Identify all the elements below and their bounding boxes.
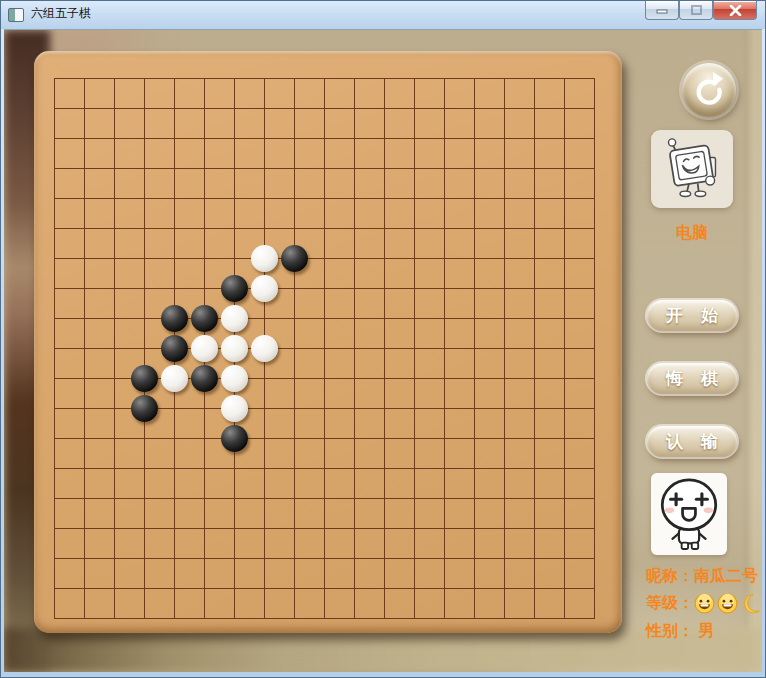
gender-label: 性别： xyxy=(646,621,694,642)
white-stone xyxy=(221,305,248,332)
opponent-avatar-panel xyxy=(651,130,733,208)
undo-button[interactable]: 悔棋 xyxy=(647,363,737,394)
nickname-value: 南瓜二号 xyxy=(694,566,758,587)
close-icon xyxy=(729,5,742,16)
client-background: 电脑 开始 悔棋 认输 xyxy=(4,29,762,672)
app-icon xyxy=(8,8,24,22)
white-stone xyxy=(251,275,278,302)
start-button[interactable]: 开始 xyxy=(647,300,737,331)
window-title: 六组五子棋 xyxy=(31,5,91,26)
black-stone xyxy=(191,305,218,332)
nickname-label: 昵称： xyxy=(646,566,694,587)
white-stone xyxy=(221,365,248,392)
black-stone xyxy=(221,275,248,302)
resign-button[interactable]: 认输 xyxy=(647,426,737,457)
black-stone xyxy=(131,395,158,422)
grin-emoji xyxy=(717,593,738,614)
app-window: 六组五子棋 xyxy=(0,0,766,678)
black-stone xyxy=(161,335,188,362)
white-stone xyxy=(221,395,248,422)
close-button[interactable] xyxy=(713,1,757,20)
undo-button-label: 悔棋 xyxy=(666,367,736,390)
cartoon-character-icon xyxy=(654,475,724,553)
player-avatar-panel xyxy=(651,473,727,555)
nickname-row: 昵称： 南瓜二号 xyxy=(646,564,758,588)
white-stone xyxy=(251,245,278,272)
minimize-button[interactable] xyxy=(645,1,679,20)
black-stone xyxy=(131,365,158,392)
gomoku-board xyxy=(34,51,622,633)
restart-arrow-icon xyxy=(690,71,728,109)
white-stone xyxy=(251,335,278,362)
cartoon-computer-icon xyxy=(657,134,727,204)
black-stone xyxy=(191,365,218,392)
crescent-moon xyxy=(740,593,761,614)
stones-layer xyxy=(34,51,622,633)
resign-button-label: 认输 xyxy=(666,430,736,453)
maximize-icon xyxy=(691,5,702,15)
white-stone xyxy=(191,335,218,362)
white-stone xyxy=(221,335,248,362)
level-label: 等级： xyxy=(646,593,694,614)
maximize-button[interactable] xyxy=(679,1,713,20)
restart-button[interactable] xyxy=(682,63,736,117)
opponent-name-label: 电脑 xyxy=(651,223,733,244)
black-stone xyxy=(161,305,188,332)
level-icons xyxy=(694,593,761,614)
gender-row: 性别： 男 xyxy=(646,619,714,643)
level-row: 等级： xyxy=(646,591,761,615)
title-bar[interactable]: 六组五子棋 xyxy=(1,1,765,29)
black-stone xyxy=(221,425,248,452)
start-button-label: 开始 xyxy=(666,304,736,327)
black-stone xyxy=(281,245,308,272)
grin-emoji xyxy=(694,593,715,614)
white-stone xyxy=(161,365,188,392)
minimize-icon xyxy=(656,6,668,15)
gender-value: 男 xyxy=(694,621,714,642)
